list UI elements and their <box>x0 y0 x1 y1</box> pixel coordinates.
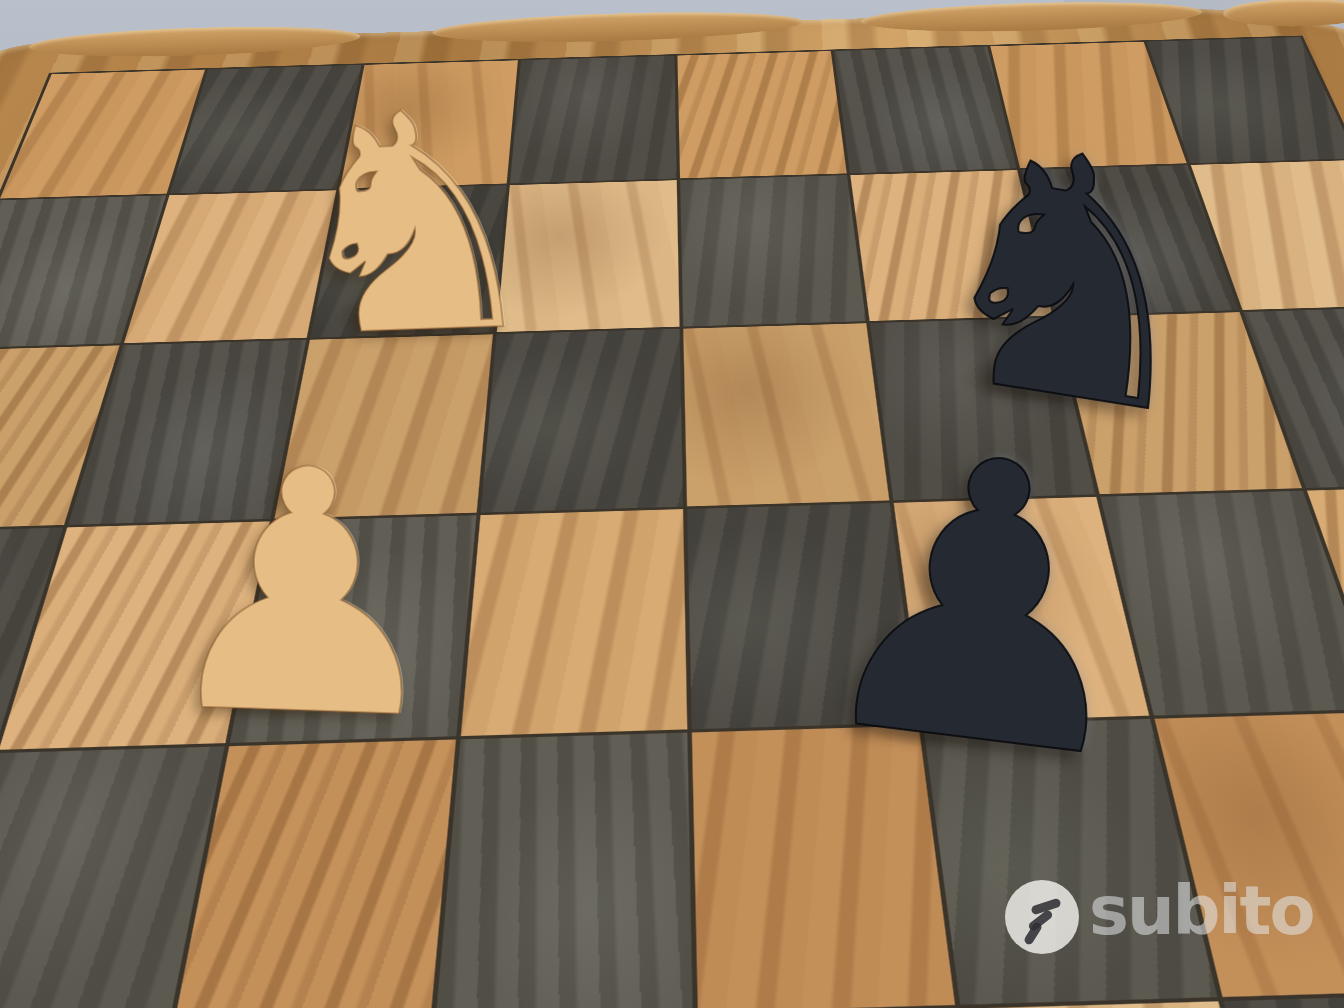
listing-photo: ♞♞♟♟ subito <box>0 0 1344 1008</box>
white-knight-c7[interactable]: ♞ <box>274 71 553 380</box>
frame-scallop <box>1218 0 1344 28</box>
black-pawn-f4[interactable]: ♟ <box>790 394 1180 818</box>
square-e7[interactable] <box>680 175 866 326</box>
frame-scallop <box>430 8 804 46</box>
square-e8[interactable] <box>677 51 846 178</box>
frame-scallop <box>859 0 1207 35</box>
subito-logo-icon <box>1005 880 1079 954</box>
white-pawn-b5[interactable]: ♟ <box>149 422 461 767</box>
square-d4[interactable] <box>436 733 693 1008</box>
watermark-text: subito <box>1089 872 1314 950</box>
square-d5[interactable] <box>461 509 687 736</box>
subito-watermark: subito <box>1005 878 1314 956</box>
